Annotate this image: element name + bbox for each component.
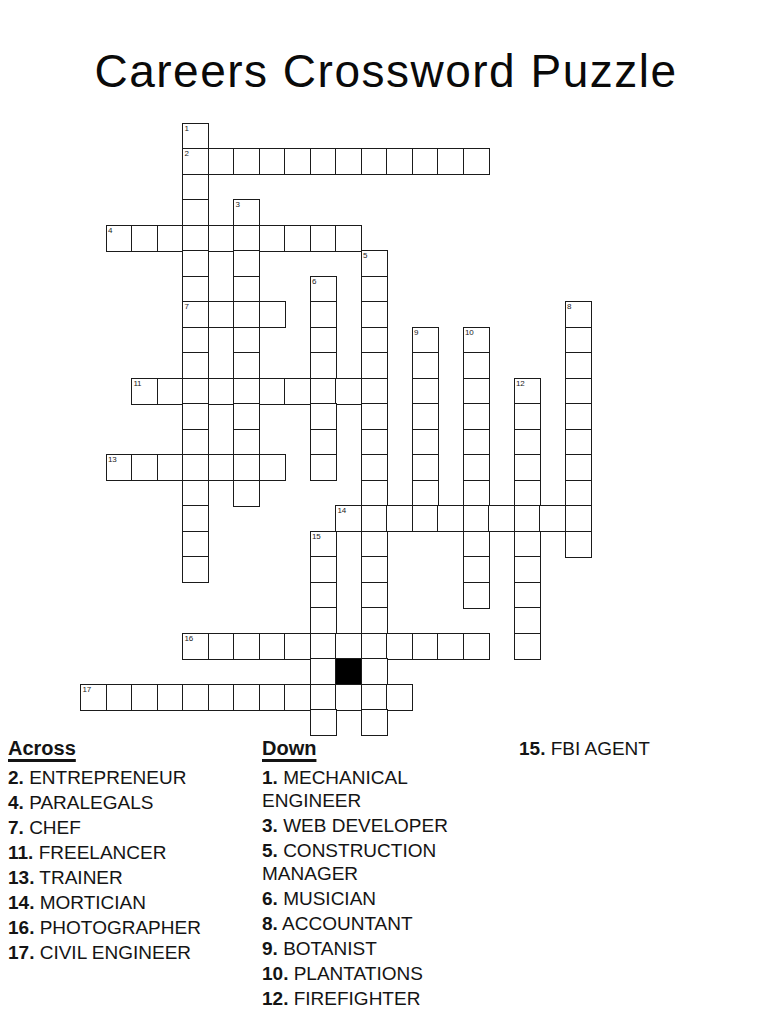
grid-cell[interactable] [361, 480, 388, 507]
grid-cell[interactable] [437, 633, 464, 660]
grid-cell[interactable] [208, 378, 235, 405]
cell-number: 17 [83, 685, 91, 694]
grid-cell[interactable] [259, 148, 286, 175]
grid-cell[interactable] [361, 454, 388, 481]
grid-cell[interactable] [310, 633, 337, 660]
grid-cell[interactable] [259, 684, 286, 711]
clue-item: 3. WEB DEVELOPER [262, 814, 469, 837]
clue-item: 7. CHEF [8, 816, 260, 839]
clue-item: 10. PLANTATIONS [262, 962, 469, 985]
clue-number: 5. [262, 840, 278, 861]
clue-number: 11. [8, 842, 33, 863]
grid-cell[interactable] [259, 225, 286, 252]
grid-cell[interactable] [437, 505, 464, 532]
grid-cell[interactable] [233, 403, 260, 430]
grid-cell[interactable] [386, 684, 413, 711]
grid-cell[interactable] [208, 301, 235, 328]
clue-item: 11. FREELANCER [8, 841, 260, 864]
across-clues: Across 2. ENTREPRENEUR4. PARALEGALS7. CH… [8, 737, 260, 966]
grid-cell[interactable] [539, 505, 566, 532]
grid-cell[interactable]: 2 [182, 148, 209, 175]
down-clues: Down 1. MECHANICAL ENGINEER3. WEB DEVELO… [262, 737, 469, 1012]
grid-cell[interactable] [514, 480, 541, 507]
clue-item: 15. FBI AGENT [519, 737, 759, 760]
grid-cell[interactable] [463, 352, 490, 379]
grid-cell[interactable] [233, 378, 260, 405]
grid-cell[interactable] [131, 225, 158, 252]
grid-cell[interactable] [284, 225, 311, 252]
clue-number: 2. [8, 767, 24, 788]
grid-cell[interactable] [310, 607, 337, 634]
grid-cell[interactable] [463, 531, 490, 558]
clue-text: FREELANCER [33, 842, 166, 863]
grid-cell[interactable] [565, 327, 592, 354]
clue-item: 14. MORTICIAN [8, 891, 260, 914]
grid-cell[interactable] [208, 454, 235, 481]
clue-text: CHEF [24, 817, 81, 838]
grid-cell[interactable] [284, 378, 311, 405]
clue-text: WEB DEVELOPER [278, 815, 448, 836]
across-clue-list: 2. ENTREPRENEUR4. PARALEGALS7. CHEF11. F… [8, 766, 260, 964]
cell-number: 3 [236, 200, 240, 209]
page: Careers Crossword Puzzle 123456789101112… [0, 0, 772, 1024]
grid-cell[interactable] [310, 148, 337, 175]
grid-cell[interactable] [463, 505, 490, 532]
clue-text: PARALEGALS [24, 792, 154, 813]
grid-cell[interactable] [361, 301, 388, 328]
grid-cell[interactable] [361, 684, 388, 711]
clue-text: CIVIL ENGINEER [34, 942, 191, 963]
grid-cell[interactable] [233, 276, 260, 303]
grid-cell[interactable] [157, 454, 184, 481]
grid-cell[interactable] [182, 199, 209, 226]
clue-number: 7. [8, 817, 24, 838]
grid-cell[interactable] [565, 505, 592, 532]
grid-cell[interactable] [463, 378, 490, 405]
puzzle-title: Careers Crossword Puzzle [0, 44, 772, 98]
grid-cell[interactable] [208, 633, 235, 660]
grid-cell[interactable] [361, 403, 388, 430]
grid-cell[interactable] [463, 633, 490, 660]
grid-cell[interactable] [182, 327, 209, 354]
clue-item: 1. MECHANICAL ENGINEER [262, 766, 469, 812]
grid-cell[interactable] [361, 633, 388, 660]
cell-number: 5 [363, 251, 367, 260]
grid-cell[interactable] [361, 378, 388, 405]
clue-number: 8. [262, 913, 278, 934]
grid-cell[interactable] [361, 607, 388, 634]
grid-cell[interactable] [208, 225, 235, 252]
clue-text: FBI AGENT [545, 738, 650, 759]
grid-cell[interactable] [335, 378, 362, 405]
clue-text: PHOTOGRAPHER [34, 917, 200, 938]
grid-cell[interactable] [412, 480, 439, 507]
clue-number: 15. [519, 738, 545, 759]
grid-cell[interactable] [310, 378, 337, 405]
clue-text: MECHANICAL ENGINEER [262, 767, 407, 811]
grid-cell[interactable] [514, 429, 541, 456]
grid-cell[interactable] [208, 684, 235, 711]
clue-text: FIREFIGHTER [288, 988, 420, 1009]
grid-cell[interactable] [514, 531, 541, 558]
grid-cell[interactable] [361, 582, 388, 609]
grid-cell[interactable] [157, 378, 184, 405]
grid-cell[interactable] [131, 454, 158, 481]
grid-cell[interactable] [310, 658, 337, 685]
grid-cell[interactable] [208, 148, 235, 175]
clue-item: 17. CIVIL ENGINEER [8, 941, 260, 964]
grid-cell[interactable] [233, 352, 260, 379]
cell-number: 11 [134, 379, 142, 388]
grid-cell[interactable] [463, 148, 490, 175]
grid-cell[interactable] [412, 429, 439, 456]
clue-number: 14. [8, 892, 34, 913]
grid-cell[interactable] [335, 633, 362, 660]
grid-cell[interactable] [463, 429, 490, 456]
cell-number: 4 [108, 226, 112, 235]
grid-cell[interactable] [514, 403, 541, 430]
cell-number: 2 [185, 149, 189, 158]
grid-cell[interactable] [310, 352, 337, 379]
grid-cell[interactable] [514, 556, 541, 583]
grid-cell[interactable] [514, 633, 541, 660]
clue-text: TRAINER [34, 867, 122, 888]
grid-cell[interactable] [259, 378, 286, 405]
grid-cell[interactable]: 1 [182, 123, 209, 150]
grid-cell[interactable] [182, 225, 209, 252]
grid-cell[interactable] [412, 505, 439, 532]
grid-cell[interactable] [259, 633, 286, 660]
clue-item: 8. ACCOUNTANT [262, 912, 469, 935]
down-header: Down [262, 737, 469, 760]
grid-cell[interactable] [233, 633, 260, 660]
grid-cell[interactable]: 7 [182, 301, 209, 328]
grid-cell[interactable] [361, 429, 388, 456]
grid-cell[interactable]: 3 [233, 199, 260, 226]
grid-cell[interactable] [412, 454, 439, 481]
grid-cell[interactable] [361, 709, 388, 736]
grid-cell[interactable] [488, 505, 515, 532]
grid-cell[interactable] [361, 327, 388, 354]
black-cell [335, 658, 362, 685]
cell-number: 13 [108, 455, 116, 464]
grid-cell[interactable] [565, 454, 592, 481]
grid-cell[interactable] [361, 556, 388, 583]
grid-cell[interactable]: 4 [106, 225, 133, 252]
grid-cell[interactable] [514, 505, 541, 532]
grid-cell[interactable]: 11 [131, 378, 158, 405]
grid-cell[interactable] [514, 454, 541, 481]
grid-cell[interactable] [182, 454, 209, 481]
grid-cell[interactable] [335, 148, 362, 175]
grid-cell[interactable] [386, 148, 413, 175]
clue-item: 4. PARALEGALS [8, 791, 260, 814]
grid-cell[interactable] [157, 684, 184, 711]
grid-cell[interactable] [463, 454, 490, 481]
grid-cell[interactable] [182, 429, 209, 456]
grid-cell[interactable] [335, 225, 362, 252]
cell-number: 7 [185, 302, 189, 311]
clue-item: 9. BOTANIST [262, 937, 469, 960]
grid-cell[interactable] [310, 684, 337, 711]
grid-cell[interactable] [386, 633, 413, 660]
clue-text: ENTREPRENEUR [24, 767, 187, 788]
grid-cell[interactable] [412, 378, 439, 405]
grid-cell[interactable] [361, 658, 388, 685]
grid-cell[interactable] [233, 225, 260, 252]
cell-number: 6 [312, 277, 316, 286]
grid-cell[interactable] [463, 480, 490, 507]
clue-number: 4. [8, 792, 24, 813]
grid-cell[interactable] [182, 531, 209, 558]
grid-cell[interactable] [284, 633, 311, 660]
grid-cell[interactable] [361, 531, 388, 558]
cell-number: 12 [516, 379, 524, 388]
grid-cell[interactable] [565, 531, 592, 558]
grid-cell[interactable] [310, 327, 337, 354]
grid-cell[interactable]: 8 [565, 301, 592, 328]
grid-cell[interactable] [182, 378, 209, 405]
grid-cell[interactable] [233, 480, 260, 507]
clue-text: PLANTATIONS [288, 963, 422, 984]
clue-item: 2. ENTREPRENEUR [8, 766, 260, 789]
grid-cell[interactable] [463, 556, 490, 583]
cell-number: 16 [185, 634, 193, 643]
clue-text: BOTANIST [278, 938, 377, 959]
grid-cell[interactable] [182, 352, 209, 379]
clue-text: CONSTRUCTION MANAGER [262, 840, 436, 884]
cell-number: 14 [338, 506, 346, 515]
grid-cell[interactable]: 12 [514, 378, 541, 405]
grid-cell[interactable] [310, 225, 337, 252]
grid-cell[interactable] [361, 276, 388, 303]
grid-cell[interactable] [565, 429, 592, 456]
grid-cell[interactable] [259, 301, 286, 328]
grid-cell[interactable] [335, 684, 362, 711]
grid-cell[interactable] [182, 556, 209, 583]
grid-cell[interactable] [310, 301, 337, 328]
grid-cell[interactable] [233, 148, 260, 175]
grid-cell[interactable]: 13 [106, 454, 133, 481]
cell-number: 10 [465, 328, 473, 337]
clue-number: 17. [8, 942, 34, 963]
grid-cell[interactable] [182, 505, 209, 532]
grid-cell[interactable] [182, 250, 209, 277]
cell-number: 8 [567, 302, 571, 311]
grid-cell[interactable] [106, 684, 133, 711]
grid-cell[interactable] [233, 301, 260, 328]
grid-cell[interactable] [361, 352, 388, 379]
grid-cell[interactable] [514, 607, 541, 634]
cell-number: 1 [185, 124, 189, 133]
clue-number: 13. [8, 867, 34, 888]
grid-cell[interactable] [182, 174, 209, 201]
grid-cell[interactable] [437, 148, 464, 175]
clue-item: 16. PHOTOGRAPHER [8, 916, 260, 939]
grid-cell[interactable] [412, 403, 439, 430]
grid-cell[interactable] [284, 684, 311, 711]
grid-cell[interactable] [463, 582, 490, 609]
grid-cell[interactable] [361, 148, 388, 175]
cell-number: 9 [414, 328, 418, 337]
clue-item: 6. MUSICIAN [262, 887, 469, 910]
clue-item: 5. CONSTRUCTION MANAGER [262, 839, 469, 885]
extra-clues: 15. FBI AGENT [519, 737, 759, 762]
grid-cell[interactable] [565, 403, 592, 430]
grid-cell[interactable] [310, 403, 337, 430]
grid-cell[interactable] [310, 556, 337, 583]
grid-cell[interactable] [157, 225, 184, 252]
grid-cell[interactable]: 16 [182, 633, 209, 660]
grid-cell[interactable] [182, 480, 209, 507]
clue-number: 3. [262, 815, 278, 836]
crossword-grid: 1234567891011121314151617 [80, 123, 592, 737]
grid-cell[interactable] [463, 403, 490, 430]
grid-cell[interactable] [259, 454, 286, 481]
grid-cell[interactable] [233, 684, 260, 711]
grid-cell[interactable] [412, 633, 439, 660]
grid-cell[interactable] [412, 148, 439, 175]
clue-text: MUSICIAN [278, 888, 376, 909]
clue-number: 9. [262, 938, 278, 959]
grid-cell[interactable]: 15 [310, 531, 337, 558]
grid-cell[interactable]: 5 [361, 250, 388, 277]
grid-cell[interactable] [514, 582, 541, 609]
grid-cell[interactable] [233, 454, 260, 481]
grid-cell[interactable] [233, 327, 260, 354]
grid-cell[interactable] [310, 582, 337, 609]
clue-number: 1. [262, 767, 278, 788]
grid-cell[interactable] [284, 148, 311, 175]
grid-cell[interactable] [233, 429, 260, 456]
grid-cell[interactable] [310, 429, 337, 456]
clue-item: 13. TRAINER [8, 866, 260, 889]
clue-text: MORTICIAN [34, 892, 146, 913]
grid-cell[interactable] [386, 505, 413, 532]
grid-cell[interactable]: 10 [463, 327, 490, 354]
grid-cell[interactable] [182, 403, 209, 430]
grid-cell[interactable] [310, 454, 337, 481]
grid-cell[interactable] [310, 709, 337, 736]
clue-item: 12. FIREFIGHTER [262, 987, 469, 1010]
extra-clue-list: 15. FBI AGENT [519, 737, 759, 760]
cell-number: 15 [312, 532, 320, 541]
grid-cell[interactable] [565, 480, 592, 507]
clue-text: ACCOUNTANT [278, 913, 413, 934]
grid-cell[interactable]: 6 [310, 276, 337, 303]
grid-cell[interactable] [233, 250, 260, 277]
grid-cell[interactable]: 9 [412, 327, 439, 354]
grid-cell[interactable]: 14 [335, 505, 362, 532]
grid-cell[interactable] [361, 505, 388, 532]
grid-cell[interactable] [565, 378, 592, 405]
grid-cell[interactable] [131, 684, 158, 711]
clue-number: 6. [262, 888, 278, 909]
grid-cell[interactable] [182, 684, 209, 711]
grid-cell[interactable] [412, 352, 439, 379]
clue-number: 16. [8, 917, 34, 938]
grid-cell[interactable]: 17 [80, 684, 107, 711]
clue-number: 10. [262, 963, 288, 984]
across-header: Across [8, 737, 260, 760]
down-clue-list: 1. MECHANICAL ENGINEER3. WEB DEVELOPER5.… [262, 766, 469, 1010]
clue-number: 12. [262, 988, 288, 1009]
grid-cell[interactable] [182, 276, 209, 303]
grid-cell[interactable] [565, 352, 592, 379]
